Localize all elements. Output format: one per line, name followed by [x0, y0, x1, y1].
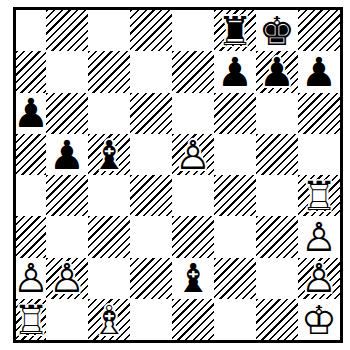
- square-h1[interactable]: ♚♔: [298, 299, 340, 340]
- piece-halo: ♟: [46, 134, 88, 175]
- square-a8[interactable]: [16, 10, 46, 51]
- piece-halo: ♟: [298, 51, 340, 92]
- square-g2[interactable]: [256, 258, 298, 299]
- piece-halo: ♟: [298, 258, 340, 299]
- chess-diagram-page: ♜♜♚♚♟♟♟♟♟♟♟♟♟♟♝♝♟♙♜♖♟♙♟♙♟♙♝♝♟♙♜♖♝♗♚♔: [0, 0, 350, 350]
- square-c5[interactable]: ♝♝: [88, 134, 130, 175]
- square-b7[interactable]: [46, 51, 88, 92]
- square-f5[interactable]: [214, 134, 256, 175]
- square-c7[interactable]: [88, 51, 130, 92]
- square-a4[interactable]: [16, 175, 46, 216]
- white-king-icon: ♔: [298, 299, 340, 340]
- square-f7[interactable]: ♟♟: [214, 51, 256, 92]
- square-f4[interactable]: [214, 175, 256, 216]
- piece-halo: ♟: [16, 258, 46, 299]
- square-e5[interactable]: ♟♙: [172, 134, 214, 175]
- piece-halo: ♚: [256, 10, 298, 51]
- square-e2[interactable]: ♝♝: [172, 258, 214, 299]
- square-b6[interactable]: [46, 93, 88, 134]
- square-h4[interactable]: ♜♖: [298, 175, 340, 216]
- square-d6[interactable]: [130, 93, 172, 134]
- square-a3[interactable]: [16, 216, 46, 257]
- piece-halo: ♝: [88, 134, 130, 175]
- square-f3[interactable]: [214, 216, 256, 257]
- piece-halo: ♟: [298, 216, 340, 257]
- square-h2[interactable]: ♟♙: [298, 258, 340, 299]
- square-d8[interactable]: [130, 10, 172, 51]
- square-b3[interactable]: [46, 216, 88, 257]
- square-h3[interactable]: ♟♙: [298, 216, 340, 257]
- square-g6[interactable]: [256, 93, 298, 134]
- square-c3[interactable]: [88, 216, 130, 257]
- square-h5[interactable]: [298, 134, 340, 175]
- black-bishop-icon: ♝: [172, 258, 214, 299]
- square-g1[interactable]: [256, 299, 298, 340]
- square-d2[interactable]: [130, 258, 172, 299]
- square-d7[interactable]: [130, 51, 172, 92]
- square-a6[interactable]: ♟♟: [16, 93, 46, 134]
- white-pawn-icon: ♙: [298, 216, 340, 257]
- white-rook-icon: ♖: [16, 299, 46, 340]
- square-c8[interactable]: [88, 10, 130, 51]
- square-h6[interactable]: [298, 93, 340, 134]
- square-g8[interactable]: ♚♚: [256, 10, 298, 51]
- square-f6[interactable]: [214, 93, 256, 134]
- square-e4[interactable]: [172, 175, 214, 216]
- square-g7[interactable]: ♟♟: [256, 51, 298, 92]
- black-pawn-icon: ♟: [46, 134, 88, 175]
- piece-halo: ♝: [88, 299, 130, 340]
- white-pawn-icon: ♙: [298, 258, 340, 299]
- square-f8[interactable]: ♜♜: [214, 10, 256, 51]
- piece-halo: ♜: [16, 299, 46, 340]
- square-e8[interactable]: [172, 10, 214, 51]
- piece-halo: ♚: [298, 299, 340, 340]
- white-pawn-icon: ♙: [172, 134, 214, 175]
- black-pawn-icon: ♟: [214, 51, 256, 92]
- square-b2[interactable]: ♟♙: [46, 258, 88, 299]
- square-e3[interactable]: [172, 216, 214, 257]
- square-d3[interactable]: [130, 216, 172, 257]
- black-king-icon: ♚: [256, 10, 298, 51]
- square-c1[interactable]: ♝♗: [88, 299, 130, 340]
- square-g5[interactable]: [256, 134, 298, 175]
- piece-halo: ♜: [214, 10, 256, 51]
- square-a2[interactable]: ♟♙: [16, 258, 46, 299]
- square-f1[interactable]: [214, 299, 256, 340]
- black-pawn-icon: ♟: [298, 51, 340, 92]
- white-pawn-icon: ♙: [46, 258, 88, 299]
- square-d1[interactable]: [130, 299, 172, 340]
- square-b5[interactable]: ♟♟: [46, 134, 88, 175]
- square-h7[interactable]: ♟♟: [298, 51, 340, 92]
- square-a1[interactable]: ♜♖: [16, 299, 46, 340]
- black-pawn-icon: ♟: [16, 93, 46, 134]
- square-a7[interactable]: [16, 51, 46, 92]
- square-f2[interactable]: [214, 258, 256, 299]
- black-bishop-icon: ♝: [88, 134, 130, 175]
- white-pawn-icon: ♙: [16, 258, 46, 299]
- white-rook-icon: ♖: [298, 175, 340, 216]
- black-rook-icon: ♜: [214, 10, 256, 51]
- piece-halo: ♟: [46, 258, 88, 299]
- square-g3[interactable]: [256, 216, 298, 257]
- square-e1[interactable]: [172, 299, 214, 340]
- square-c4[interactable]: [88, 175, 130, 216]
- chess-board: ♜♜♚♚♟♟♟♟♟♟♟♟♟♟♝♝♟♙♜♖♟♙♟♙♟♙♝♝♟♙♜♖♝♗♚♔: [13, 7, 343, 343]
- square-g4[interactable]: [256, 175, 298, 216]
- piece-halo: ♟: [256, 51, 298, 92]
- square-d4[interactable]: [130, 175, 172, 216]
- square-c2[interactable]: [88, 258, 130, 299]
- square-c6[interactable]: [88, 93, 130, 134]
- piece-halo: ♟: [16, 93, 46, 134]
- square-e6[interactable]: [172, 93, 214, 134]
- square-b1[interactable]: [46, 299, 88, 340]
- piece-halo: ♝: [172, 258, 214, 299]
- black-pawn-icon: ♟: [256, 51, 298, 92]
- square-b8[interactable]: [46, 10, 88, 51]
- square-b4[interactable]: [46, 175, 88, 216]
- square-a5[interactable]: [16, 134, 46, 175]
- piece-halo: ♟: [172, 134, 214, 175]
- square-h8[interactable]: [298, 10, 340, 51]
- white-bishop-icon: ♗: [88, 299, 130, 340]
- piece-halo: ♟: [214, 51, 256, 92]
- square-d5[interactable]: [130, 134, 172, 175]
- piece-halo: ♜: [298, 175, 340, 216]
- square-e7[interactable]: [172, 51, 214, 92]
